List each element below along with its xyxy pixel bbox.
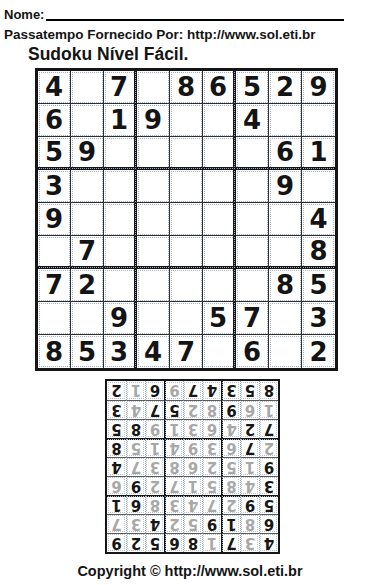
puzzle-cell-r9c2: 5 — [71, 335, 104, 368]
solution-cell-r2c7: 4 — [145, 514, 164, 533]
solution-cell-r8c7: 7 — [145, 400, 164, 419]
solution-cell-r4c3: 8 — [221, 476, 240, 495]
solution-cell-r7c5: 3 — [183, 419, 202, 438]
solution-cell-r3c1: 5 — [259, 495, 278, 514]
puzzle-cell-r1c6: 6 — [203, 71, 236, 104]
puzzle-cell-r4c1: 3 — [38, 170, 71, 203]
solution-cell-r5c8: 7 — [126, 457, 145, 476]
puzzle-cell-r1c3: 7 — [104, 71, 137, 104]
solution-cell-r8c3: 9 — [221, 400, 240, 419]
puzzle-cell-r7c7 — [236, 269, 269, 302]
puzzle-cell-r2c3: 1 — [104, 104, 137, 137]
puzzle-cell-r7c5 — [170, 269, 203, 302]
puzzle-cell-r3c6 — [203, 137, 236, 170]
solution-cell-r4c6: 7 — [164, 476, 183, 495]
solution-cell-r1c9: 9 — [107, 533, 126, 552]
solution-cell-r9c7: 6 — [145, 381, 164, 400]
solution-cell-r9c2: 5 — [240, 381, 259, 400]
solution-cell-r9c5: 7 — [183, 381, 202, 400]
puzzle-cell-r7c4 — [137, 269, 170, 302]
puzzle-cell-r5c2 — [71, 203, 104, 236]
solution-cell-r9c3: 3 — [221, 381, 240, 400]
solution-cell-r6c2: 7 — [240, 438, 259, 457]
solution-cell-r5c6: 8 — [164, 457, 183, 476]
puzzle-cell-r4c6 — [203, 170, 236, 203]
solution-cell-r1c1: 4 — [259, 533, 278, 552]
puzzle-cell-r8c8 — [269, 302, 302, 335]
puzzle-grid: 478652961945961399478728595738534762 — [35, 68, 338, 371]
puzzle-cell-r3c1: 5 — [38, 137, 71, 170]
puzzle-cell-r5c4 — [137, 203, 170, 236]
puzzle-cell-r4c2 — [71, 170, 104, 203]
solution-cell-r7c7: 9 — [145, 419, 164, 438]
puzzle-cell-r8c4 — [137, 302, 170, 335]
puzzle-cell-r3c7 — [236, 137, 269, 170]
copyright-text: Copyright © http://www.sol.eti.br — [4, 563, 376, 579]
puzzle-cell-r5c5 — [170, 203, 203, 236]
solution-cell-r6c3: 6 — [221, 438, 240, 457]
puzzle-cell-r7c2: 2 — [71, 269, 104, 302]
puzzle-cell-r3c2: 9 — [71, 137, 104, 170]
solution-cell-r6c1: 2 — [259, 438, 278, 457]
puzzle-cell-r6c2: 7 — [71, 236, 104, 269]
solution-cell-r5c2: 1 — [240, 457, 259, 476]
puzzle-cell-r6c5 — [170, 236, 203, 269]
puzzle-cell-r4c7 — [236, 170, 269, 203]
puzzle-cell-r2c5 — [170, 104, 203, 137]
puzzle-cell-r3c5 — [170, 137, 203, 170]
puzzle-cell-r6c6 — [203, 236, 236, 269]
solution-cell-r3c9: 1 — [107, 495, 126, 514]
solution-cell-r4c1: 3 — [259, 476, 278, 495]
solution-cell-r6c9: 8 — [107, 438, 126, 457]
puzzle-cell-r5c8 — [269, 203, 302, 236]
puzzle-cell-r2c8 — [269, 104, 302, 137]
puzzle-cell-r6c1 — [38, 236, 71, 269]
solution-cell-r4c5: 1 — [183, 476, 202, 495]
solution-cell-r9c1: 8 — [259, 381, 278, 400]
solution-cell-r7c2: 2 — [240, 419, 259, 438]
solution-cell-r9c9: 2 — [107, 381, 126, 400]
solution-cell-r9c4: 4 — [202, 381, 221, 400]
puzzle-cell-r5c7 — [236, 203, 269, 236]
solution-cell-r4c9: 6 — [107, 476, 126, 495]
puzzle-cell-r4c3 — [104, 170, 137, 203]
puzzle-cell-r9c9: 2 — [302, 335, 335, 368]
solution-cell-r4c4: 5 — [202, 476, 221, 495]
solution-cell-r3c2: 9 — [240, 495, 259, 514]
puzzle-cell-r6c4 — [137, 236, 170, 269]
puzzle-cell-r2c4: 9 — [137, 104, 170, 137]
solution-cell-r8c8: 4 — [126, 400, 145, 419]
puzzle-cell-r4c4 — [137, 170, 170, 203]
puzzle-cell-r2c9 — [302, 104, 335, 137]
solution-cell-r7c9: 5 — [107, 419, 126, 438]
puzzle-cell-r4c5 — [170, 170, 203, 203]
solution-cell-r2c9: 7 — [107, 514, 126, 533]
puzzle-cell-r6c9: 8 — [302, 236, 335, 269]
solution-cell-r9c8: 1 — [126, 381, 145, 400]
puzzle-cell-r1c4 — [137, 71, 170, 104]
solution-cell-r5c9: 4 — [107, 457, 126, 476]
solution-cell-r6c5: 9 — [183, 438, 202, 457]
solution-cell-r1c6: 6 — [164, 533, 183, 552]
puzzle-cell-r3c3 — [104, 137, 137, 170]
solution-cell-r1c8: 2 — [126, 533, 145, 552]
puzzle-cell-r8c2 — [71, 302, 104, 335]
puzzle-cell-r2c7: 4 — [236, 104, 269, 137]
solution-cell-r3c3: 2 — [221, 495, 240, 514]
solution-cell-r6c7: 1 — [145, 438, 164, 457]
solution-cell-r8c2: 6 — [240, 400, 259, 419]
puzzle-cell-r1c1: 4 — [38, 71, 71, 104]
solution-cell-r6c4: 3 — [202, 438, 221, 457]
puzzle-cell-r6c3 — [104, 236, 137, 269]
puzzle-cell-r1c5: 8 — [170, 71, 203, 104]
puzzle-cell-r9c1: 8 — [38, 335, 71, 368]
solution-cell-r3c5: 4 — [183, 495, 202, 514]
solution-cell-r7c4: 6 — [202, 419, 221, 438]
puzzle-cell-r7c3 — [104, 269, 137, 302]
solution-cell-r5c1: 9 — [259, 457, 278, 476]
solution-cell-r2c3: 1 — [221, 514, 240, 533]
name-row: Nome: — [4, 5, 380, 22]
solution-cell-r4c7: 2 — [145, 476, 164, 495]
solution-grid: 4371865296819524375927438613485172969152… — [105, 379, 280, 554]
solution-cell-r1c2: 3 — [240, 533, 259, 552]
puzzle-cell-r2c1: 6 — [38, 104, 71, 137]
puzzle-cell-r1c9: 9 — [302, 71, 335, 104]
solution-cell-r1c3: 7 — [221, 533, 240, 552]
puzzle-cell-r5c9: 4 — [302, 203, 335, 236]
solution-cell-r5c3: 5 — [221, 457, 240, 476]
puzzle-cell-r9c4: 4 — [137, 335, 170, 368]
puzzle-cell-r8c7: 7 — [236, 302, 269, 335]
puzzle-cell-r6c7 — [236, 236, 269, 269]
puzzle-cell-r1c7: 5 — [236, 71, 269, 104]
solution-cell-r2c8: 3 — [126, 514, 145, 533]
provider-text: Passatempo Fornecido Por: http://www.sol… — [4, 27, 380, 42]
puzzle-cell-r9c8 — [269, 335, 302, 368]
puzzle-cell-r8c6: 5 — [203, 302, 236, 335]
puzzle-cell-r8c1 — [38, 302, 71, 335]
solution-cell-r3c8: 6 — [126, 495, 145, 514]
solution-cell-r8c6: 5 — [164, 400, 183, 419]
name-label: Nome: — [4, 7, 44, 22]
puzzle-cell-r4c8: 9 — [269, 170, 302, 203]
puzzle-cell-r7c6 — [203, 269, 236, 302]
puzzle-cell-r5c6 — [203, 203, 236, 236]
solution-cell-r5c7: 3 — [145, 457, 164, 476]
solution-cell-r6c6: 4 — [164, 438, 183, 457]
puzzle-cell-r8c3: 9 — [104, 302, 137, 335]
solution-cell-r8c9: 3 — [107, 400, 126, 419]
puzzle-cell-r9c5: 7 — [170, 335, 203, 368]
puzzle-cell-r1c2 — [71, 71, 104, 104]
puzzle-cell-r6c8 — [269, 236, 302, 269]
solution-cell-r6c8: 5 — [126, 438, 145, 457]
puzzle-cell-r2c6 — [203, 104, 236, 137]
puzzle-cell-r2c2 — [71, 104, 104, 137]
solution-cell-r2c6: 2 — [164, 514, 183, 533]
solution-cell-r7c1: 7 — [259, 419, 278, 438]
solution-cell-r3c7: 8 — [145, 495, 164, 514]
solution-cell-r7c8: 8 — [126, 419, 145, 438]
solution-cell-r8c5: 2 — [183, 400, 202, 419]
solution-cell-r8c4: 8 — [202, 400, 221, 419]
solution-cell-r2c4: 9 — [202, 514, 221, 533]
solution-cell-r3c6: 3 — [164, 495, 183, 514]
solution-cell-r8c1: 1 — [259, 400, 278, 419]
puzzle-cell-r9c3: 3 — [104, 335, 137, 368]
solution-cell-r5c5: 6 — [183, 457, 202, 476]
page-title: Sudoku Nível Fácil. — [28, 44, 380, 65]
solution-cell-r1c5: 8 — [183, 533, 202, 552]
solution-cell-r7c3: 4 — [221, 419, 240, 438]
puzzle-cell-r1c8: 2 — [269, 71, 302, 104]
solution-cell-r2c5: 5 — [183, 514, 202, 533]
solution-cell-r1c7: 5 — [145, 533, 164, 552]
solution-cell-r7c6: 1 — [164, 419, 183, 438]
worksheet-page: Nome: Passatempo Fornecido Por: http://w… — [0, 0, 380, 579]
puzzle-cell-r3c4 — [137, 137, 170, 170]
solution-cell-r4c8: 9 — [126, 476, 145, 495]
puzzle-cell-r4c9 — [302, 170, 335, 203]
puzzle-cell-r7c9: 5 — [302, 269, 335, 302]
solution-cell-r2c1: 6 — [259, 514, 278, 533]
name-underline — [46, 7, 344, 21]
puzzle-cell-r5c1: 9 — [38, 203, 71, 236]
puzzle-cell-r9c7: 6 — [236, 335, 269, 368]
solution-cell-r9c6: 9 — [164, 381, 183, 400]
solution-cell-r5c4: 2 — [202, 457, 221, 476]
solution-cell-r2c2: 8 — [240, 514, 259, 533]
puzzle-cell-r9c6 — [203, 335, 236, 368]
puzzle-cell-r7c1: 7 — [38, 269, 71, 302]
solution-cell-r1c4: 1 — [202, 533, 221, 552]
solution-cell-r4c2: 4 — [240, 476, 259, 495]
puzzle-cell-r3c8: 6 — [269, 137, 302, 170]
puzzle-cell-r7c8: 8 — [269, 269, 302, 302]
puzzle-cell-r5c3 — [104, 203, 137, 236]
puzzle-cell-r3c9: 1 — [302, 137, 335, 170]
solution-cell-r3c4: 7 — [202, 495, 221, 514]
puzzle-cell-r8c9: 3 — [302, 302, 335, 335]
puzzle-cell-r8c5 — [170, 302, 203, 335]
